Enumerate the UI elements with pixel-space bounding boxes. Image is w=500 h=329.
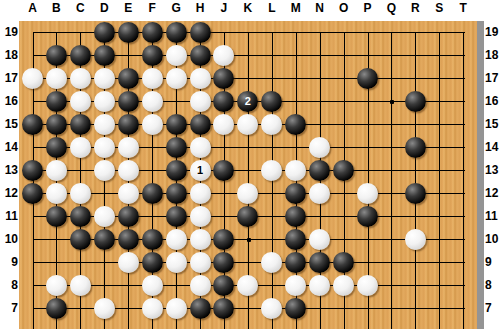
black-stone-M10[interactable]	[285, 229, 306, 250]
black-stone-N9[interactable]	[309, 252, 330, 273]
white-stone-C16[interactable]	[70, 91, 91, 112]
black-stone-F18[interactable]	[142, 45, 163, 66]
white-stone-N8[interactable]	[309, 275, 330, 296]
black-stone-R14[interactable]	[405, 137, 426, 158]
black-stone-K11[interactable]	[237, 206, 258, 227]
row-label-left-11: 11	[0, 209, 18, 223]
black-stone-M9[interactable]	[285, 252, 306, 273]
black-stone-G13[interactable]	[166, 160, 187, 181]
row-label-right-17: 17	[485, 71, 500, 85]
black-stone-D18[interactable]	[94, 45, 115, 66]
white-stone-J18[interactable]	[213, 45, 234, 66]
black-stone-B16[interactable]	[46, 91, 67, 112]
column-label-J: J	[212, 1, 236, 15]
white-stone-E13[interactable]	[118, 160, 139, 181]
grid-hline-9	[33, 262, 465, 263]
white-stone-C12[interactable]	[70, 183, 91, 204]
black-stone-B7[interactable]	[46, 298, 67, 319]
column-label-O: O	[332, 1, 356, 15]
black-stone-M12[interactable]	[285, 183, 306, 204]
white-stone-E14[interactable]	[118, 137, 139, 158]
row-label-left-10: 10	[0, 232, 18, 246]
white-stone-H13[interactable]: 1	[190, 160, 211, 181]
black-stone-D10[interactable]	[94, 229, 115, 250]
black-stone-C15[interactable]	[70, 114, 91, 135]
white-stone-P12[interactable]	[357, 183, 378, 204]
black-stone-P17[interactable]	[357, 68, 378, 89]
row-label-left-17: 17	[0, 71, 18, 85]
black-stone-A15[interactable]	[22, 114, 43, 135]
move-number-label-H13: 1	[197, 164, 203, 176]
black-stone-G19[interactable]	[166, 22, 187, 43]
black-stone-C10[interactable]	[70, 229, 91, 250]
black-stone-F10[interactable]	[142, 229, 163, 250]
white-stone-C17[interactable]	[70, 68, 91, 89]
move-number-label-K16: 2	[245, 95, 251, 107]
row-label-right-11: 11	[485, 209, 500, 223]
black-stone-H18[interactable]	[190, 45, 211, 66]
row-label-right-16: 16	[485, 94, 500, 108]
white-stone-D11[interactable]	[94, 206, 115, 227]
white-stone-F15[interactable]	[142, 114, 163, 135]
white-stone-D16[interactable]	[94, 91, 115, 112]
black-stone-B15[interactable]	[46, 114, 67, 135]
white-stone-H14[interactable]	[190, 137, 211, 158]
row-label-right-19: 19	[485, 25, 500, 39]
row-label-left-13: 13	[0, 163, 18, 177]
white-stone-M13[interactable]	[285, 160, 306, 181]
white-stone-R10[interactable]	[405, 229, 426, 250]
black-stone-E15[interactable]	[118, 114, 139, 135]
black-stone-F12[interactable]	[142, 183, 163, 204]
black-stone-O9[interactable]	[333, 252, 354, 273]
white-stone-B12[interactable]	[46, 183, 67, 204]
black-stone-J16[interactable]	[213, 91, 234, 112]
white-stone-H9[interactable]	[190, 252, 211, 273]
row-label-right-8: 8	[485, 278, 500, 292]
white-stone-G18[interactable]	[166, 45, 187, 66]
row-label-right-13: 13	[485, 163, 500, 177]
white-stone-L9[interactable]	[261, 252, 282, 273]
black-stone-G15[interactable]	[166, 114, 187, 135]
white-stone-G10[interactable]	[166, 229, 187, 250]
white-stone-F8[interactable]	[142, 275, 163, 296]
column-label-A: A	[21, 1, 45, 15]
column-label-S: S	[427, 1, 451, 15]
row-label-left-8: 8	[0, 278, 18, 292]
white-stone-N14[interactable]	[309, 137, 330, 158]
star-point-K10	[247, 238, 251, 242]
black-stone-R12[interactable]	[405, 183, 426, 204]
black-stone-A12[interactable]	[22, 183, 43, 204]
column-label-D: D	[92, 1, 116, 15]
black-stone-D19[interactable]	[94, 22, 115, 43]
row-label-left-14: 14	[0, 140, 18, 154]
black-stone-C18[interactable]	[70, 45, 91, 66]
column-label-C: C	[68, 1, 92, 15]
black-stone-E17[interactable]	[118, 68, 139, 89]
column-label-M: M	[284, 1, 308, 15]
row-label-left-9: 9	[0, 255, 18, 269]
black-stone-E11[interactable]	[118, 206, 139, 227]
white-stone-B13[interactable]	[46, 160, 67, 181]
white-stone-N10[interactable]	[309, 229, 330, 250]
row-label-right-18: 18	[485, 48, 500, 62]
column-label-L: L	[260, 1, 284, 15]
white-stone-D13[interactable]	[94, 160, 115, 181]
column-label-H: H	[188, 1, 212, 15]
row-label-right-9: 9	[485, 255, 500, 269]
black-stone-M15[interactable]	[285, 114, 306, 135]
row-label-right-10: 10	[485, 232, 500, 246]
black-stone-M11[interactable]	[285, 206, 306, 227]
white-stone-H10[interactable]	[190, 229, 211, 250]
black-stone-J9[interactable]	[213, 252, 234, 273]
white-stone-M8[interactable]	[285, 275, 306, 296]
black-stone-H7[interactable]	[190, 298, 211, 319]
black-stone-C11[interactable]	[70, 206, 91, 227]
white-stone-H12[interactable]	[190, 183, 211, 204]
row-label-left-19: 19	[0, 25, 18, 39]
black-stone-L16[interactable]	[261, 91, 282, 112]
star-point-Q16	[390, 100, 394, 104]
white-stone-K15[interactable]	[237, 114, 258, 135]
row-label-right-7: 7	[485, 301, 500, 315]
white-stone-A17[interactable]	[22, 68, 43, 89]
black-stone-J13[interactable]	[213, 160, 234, 181]
white-stone-H11[interactable]	[190, 206, 211, 227]
white-stone-H17[interactable]	[190, 68, 211, 89]
white-stone-E9[interactable]	[118, 252, 139, 273]
row-label-right-14: 14	[485, 140, 500, 154]
board-shadow-strip	[477, 21, 484, 329]
column-label-T: T	[451, 1, 475, 15]
white-stone-F7[interactable]	[142, 298, 163, 319]
black-stone-E10[interactable]	[118, 229, 139, 250]
column-label-K: K	[236, 1, 260, 15]
white-stone-G17[interactable]	[166, 68, 187, 89]
black-stone-J10[interactable]	[213, 229, 234, 250]
black-stone-B14[interactable]	[46, 137, 67, 158]
white-stone-P8[interactable]	[357, 275, 378, 296]
row-label-right-15: 15	[485, 117, 500, 131]
white-stone-K12[interactable]	[237, 183, 258, 204]
black-stone-J17[interactable]	[213, 68, 234, 89]
column-label-P: P	[356, 1, 380, 15]
white-stone-D7[interactable]	[94, 298, 115, 319]
black-stone-R16[interactable]	[405, 91, 426, 112]
column-label-G: G	[164, 1, 188, 15]
white-stone-B8[interactable]	[46, 275, 67, 296]
black-stone-H15[interactable]	[190, 114, 211, 135]
column-label-R: R	[403, 1, 427, 15]
white-stone-B17[interactable]	[46, 68, 67, 89]
black-stone-J8[interactable]	[213, 275, 234, 296]
white-stone-L13[interactable]	[261, 160, 282, 181]
white-stone-L7[interactable]	[261, 298, 282, 319]
white-stone-G7[interactable]	[166, 298, 187, 319]
black-stone-F19[interactable]	[142, 22, 163, 43]
white-stone-F17[interactable]	[142, 68, 163, 89]
black-stone-G12[interactable]	[166, 183, 187, 204]
white-stone-C14[interactable]	[70, 137, 91, 158]
white-stone-N12[interactable]	[309, 183, 330, 204]
black-stone-J7[interactable]	[213, 298, 234, 319]
white-stone-L15[interactable]	[261, 114, 282, 135]
white-stone-J15[interactable]	[213, 114, 234, 135]
go-client-window: ABCDEFGHJKLMNOPQRST191918181717161615151…	[0, 0, 500, 329]
black-stone-B11[interactable]	[46, 206, 67, 227]
white-stone-G9[interactable]	[166, 252, 187, 273]
black-stone-G11[interactable]	[166, 206, 187, 227]
white-stone-D14[interactable]	[94, 137, 115, 158]
row-label-left-7: 7	[0, 301, 18, 315]
white-stone-K8[interactable]	[237, 275, 258, 296]
black-stone-P11[interactable]	[357, 206, 378, 227]
white-stone-C8[interactable]	[70, 275, 91, 296]
black-stone-G14[interactable]	[166, 137, 187, 158]
row-label-left-16: 16	[0, 94, 18, 108]
white-stone-F16[interactable]	[142, 91, 163, 112]
column-label-B: B	[44, 1, 68, 15]
white-stone-O8[interactable]	[333, 275, 354, 296]
row-label-left-15: 15	[0, 117, 18, 131]
black-stone-E16[interactable]	[118, 91, 139, 112]
column-label-Q: Q	[379, 1, 403, 15]
black-stone-K16[interactable]: 2	[237, 91, 258, 112]
black-stone-M7[interactable]	[285, 298, 306, 319]
column-label-F: F	[140, 1, 164, 15]
row-label-left-18: 18	[0, 48, 18, 62]
black-stone-O13[interactable]	[333, 160, 354, 181]
row-label-left-12: 12	[0, 186, 18, 200]
column-label-N: N	[308, 1, 332, 15]
black-stone-B18[interactable]	[46, 45, 67, 66]
black-stone-F9[interactable]	[142, 252, 163, 273]
row-label-right-12: 12	[485, 186, 500, 200]
white-stone-D15[interactable]	[94, 114, 115, 135]
column-label-E: E	[116, 1, 140, 15]
black-stone-E19[interactable]	[118, 22, 139, 43]
white-stone-H8[interactable]	[190, 275, 211, 296]
white-stone-D17[interactable]	[94, 68, 115, 89]
white-stone-E12[interactable]	[118, 183, 139, 204]
black-stone-N13[interactable]	[309, 160, 330, 181]
black-stone-A13[interactable]	[22, 160, 43, 181]
white-stone-H16[interactable]	[190, 91, 211, 112]
black-stone-H19[interactable]	[190, 22, 211, 43]
